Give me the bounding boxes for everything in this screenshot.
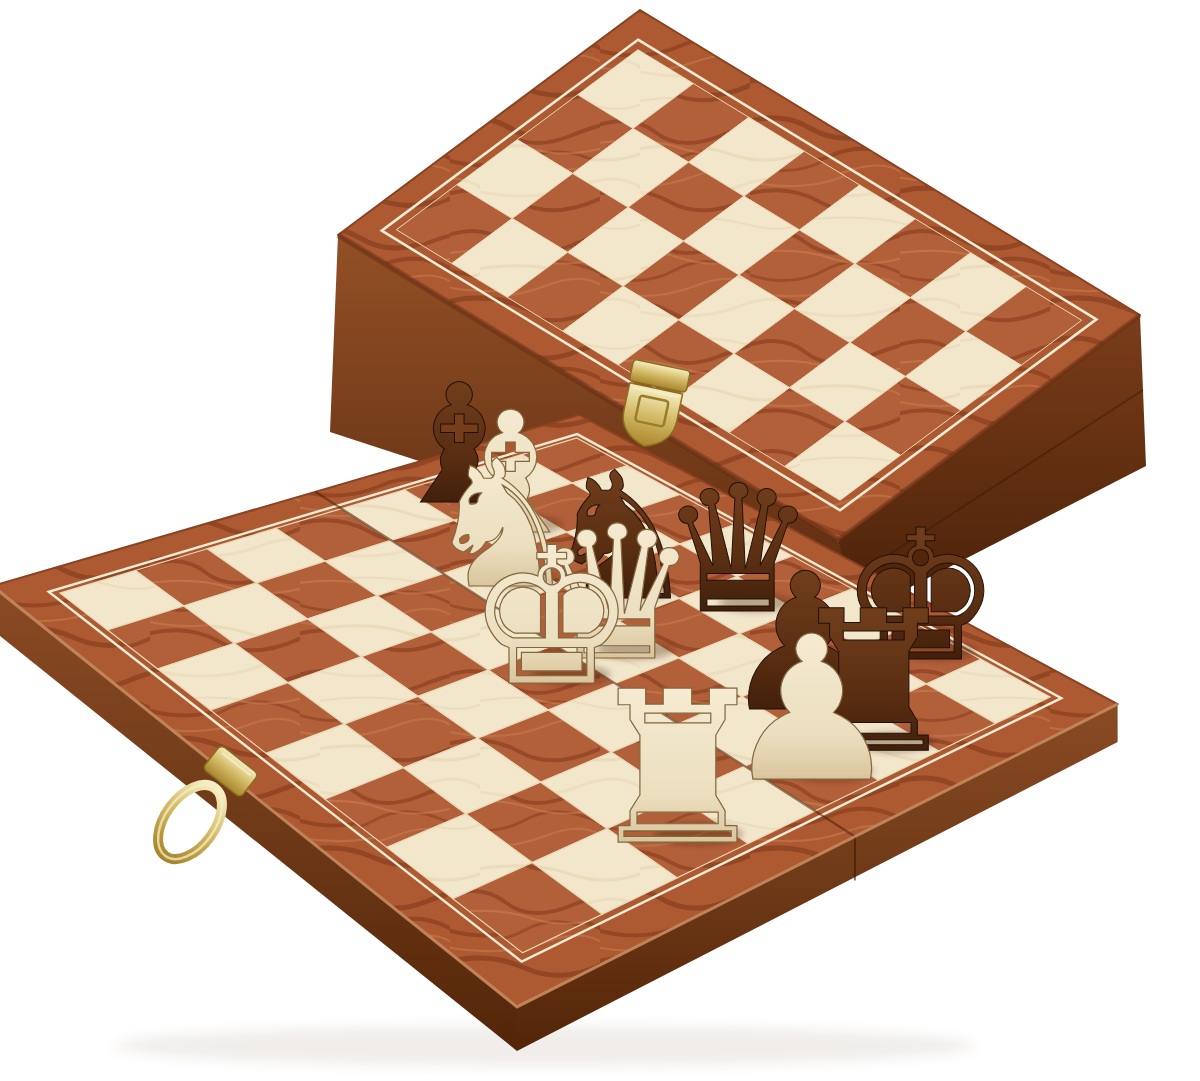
scene-canvas: ♝♝♞♞♛♛♚♚♟♜♟♜: [0, 0, 1200, 1081]
chess-set-product-photo: ♝♝♞♞♛♛♚♚♟♜♟♜: [0, 0, 1200, 1081]
piece-white-rook: ♜: [583, 646, 772, 892]
